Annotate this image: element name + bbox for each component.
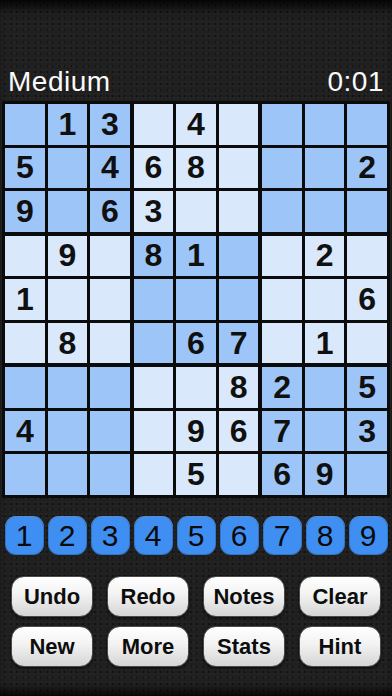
sudoku-cell-r2c4[interactable]: 6 (134, 148, 174, 189)
sudoku-cell-r6c9[interactable] (347, 323, 387, 364)
numpad-button-3[interactable]: 3 (91, 516, 130, 555)
sudoku-cell-r5c5[interactable] (176, 279, 216, 320)
sudoku-cell-r7c1[interactable] (5, 367, 45, 408)
sudoku-cell-r7c5[interactable] (176, 367, 216, 408)
sudoku-cell-r3c6[interactable] (219, 191, 259, 232)
sudoku-cell-r8c9[interactable]: 3 (347, 411, 387, 452)
sudoku-cell-r4c7[interactable] (262, 236, 302, 277)
sudoku-cell-r8c7[interactable]: 7 (262, 411, 302, 452)
sudoku-cell-r1c9[interactable] (347, 104, 387, 145)
sudoku-cell-r2c9[interactable]: 2 (347, 148, 387, 189)
sudoku-cell-r2c8[interactable] (305, 148, 345, 189)
sudoku-cell-r8c8[interactable] (305, 411, 345, 452)
sudoku-cell-r5c7[interactable] (262, 279, 302, 320)
undo-button[interactable]: Undo (11, 576, 93, 617)
sudoku-cell-r7c7[interactable]: 2 (262, 367, 302, 408)
sudoku-cell-r4c6[interactable] (219, 236, 259, 277)
sudoku-cell-r7c3[interactable] (90, 367, 130, 408)
sudoku-cell-r3c4[interactable]: 3 (134, 191, 174, 232)
difficulty-label: Medium (8, 68, 111, 96)
timer-label: 0:01 (328, 68, 385, 96)
leather-background: Medium 0:01 1354964683291881672614896525… (0, 0, 392, 696)
sudoku-cell-r2c7[interactable] (262, 148, 302, 189)
box-3-3: 257369 (262, 367, 387, 495)
sudoku-cell-r8c2[interactable] (48, 411, 88, 452)
sudoku-cell-r9c6[interactable] (219, 454, 259, 495)
sudoku-cell-r5c6[interactable] (219, 279, 259, 320)
numpad-button-6[interactable]: 6 (220, 516, 259, 555)
sudoku-cell-r3c3[interactable]: 6 (90, 191, 130, 232)
sudoku-cell-r9c1[interactable] (5, 454, 45, 495)
sudoku-cell-r7c8[interactable] (305, 367, 345, 408)
clear-button[interactable]: Clear (299, 576, 381, 617)
hint-button[interactable]: Hint (299, 626, 381, 667)
status-bar: Medium 0:01 (0, 0, 392, 101)
sudoku-cell-r5c9[interactable]: 6 (347, 279, 387, 320)
sudoku-cell-r9c2[interactable] (48, 454, 88, 495)
sudoku-cell-r4c4[interactable]: 8 (134, 236, 174, 277)
sudoku-cell-r3c8[interactable] (305, 191, 345, 232)
sudoku-cell-r4c9[interactable] (347, 236, 387, 277)
sudoku-cell-r1c5[interactable]: 4 (176, 104, 216, 145)
numpad-button-9[interactable]: 9 (349, 516, 388, 555)
control-buttons: Undo Redo Notes Clear New More Stats Hin… (11, 576, 381, 667)
sudoku-cell-r6c6[interactable]: 7 (219, 323, 259, 364)
sudoku-cell-r8c5[interactable]: 9 (176, 411, 216, 452)
sudoku-cell-r6c7[interactable] (262, 323, 302, 364)
numpad-button-4[interactable]: 4 (134, 516, 173, 555)
box-2-2: 8167 (134, 236, 259, 364)
box-3-2: 8965 (134, 367, 259, 495)
box-1-3: 2 (262, 104, 387, 232)
sudoku-board: 13549646832918816726148965257369 (2, 101, 390, 498)
sudoku-cell-r8c4[interactable] (134, 411, 174, 452)
sudoku-cell-r1c2[interactable]: 1 (48, 104, 88, 145)
sudoku-cell-r7c4[interactable] (134, 367, 174, 408)
sudoku-cell-r4c8[interactable]: 2 (305, 236, 345, 277)
sudoku-cell-r9c9[interactable] (347, 454, 387, 495)
sudoku-cell-r3c2[interactable] (48, 191, 88, 232)
sudoku-cell-r8c1[interactable]: 4 (5, 411, 45, 452)
box-1-2: 4683 (134, 104, 259, 232)
numpad-button-1[interactable]: 1 (5, 516, 44, 555)
sudoku-cell-r6c4[interactable] (134, 323, 174, 364)
stats-button[interactable]: Stats (203, 626, 285, 667)
sudoku-cell-r9c5[interactable]: 5 (176, 454, 216, 495)
sudoku-cell-r5c8[interactable] (305, 279, 345, 320)
sudoku-cell-r4c2[interactable]: 9 (48, 236, 88, 277)
sudoku-cell-r3c5[interactable] (176, 191, 216, 232)
sudoku-cell-r9c8[interactable]: 9 (305, 454, 345, 495)
sudoku-cell-r4c5[interactable]: 1 (176, 236, 216, 277)
sudoku-cell-r1c8[interactable] (305, 104, 345, 145)
sudoku-cell-r6c1[interactable] (5, 323, 45, 364)
sudoku-cell-r3c9[interactable] (347, 191, 387, 232)
number-pad: 123456789 (0, 516, 392, 555)
sudoku-cell-r4c3[interactable] (90, 236, 130, 277)
sudoku-cell-r6c5[interactable]: 6 (176, 323, 216, 364)
box-1-1: 135496 (5, 104, 130, 232)
sudoku-cell-r2c3[interactable]: 4 (90, 148, 130, 189)
sudoku-cell-r9c4[interactable] (134, 454, 174, 495)
new-button[interactable]: New (11, 626, 93, 667)
sudoku-cell-r5c4[interactable] (134, 279, 174, 320)
sudoku-cell-r7c2[interactable] (48, 367, 88, 408)
sudoku-cell-r2c2[interactable] (48, 148, 88, 189)
sudoku-cell-r2c5[interactable]: 8 (176, 148, 216, 189)
sudoku-cell-r6c2[interactable]: 8 (48, 323, 88, 364)
sudoku-cell-r8c3[interactable] (90, 411, 130, 452)
numpad-button-8[interactable]: 8 (306, 516, 345, 555)
sudoku-cell-r5c2[interactable] (48, 279, 88, 320)
sudoku-cell-r7c6[interactable]: 8 (219, 367, 259, 408)
sudoku-cell-r9c7[interactable]: 6 (262, 454, 302, 495)
more-button[interactable]: More (107, 626, 189, 667)
sudoku-cell-r4c1[interactable] (5, 236, 45, 277)
sudoku-cell-r9c3[interactable] (90, 454, 130, 495)
sudoku-cell-r1c1[interactable] (5, 104, 45, 145)
sudoku-cell-r1c7[interactable] (262, 104, 302, 145)
sudoku-cell-r1c3[interactable]: 3 (90, 104, 130, 145)
sudoku-cell-r6c8[interactable]: 1 (305, 323, 345, 364)
redo-button[interactable]: Redo (107, 576, 189, 617)
sudoku-cell-r5c3[interactable] (90, 279, 130, 320)
sudoku-cell-r5c1[interactable]: 1 (5, 279, 45, 320)
sudoku-cell-r7c9[interactable]: 5 (347, 367, 387, 408)
sudoku-cell-r2c6[interactable] (219, 148, 259, 189)
sudoku-cell-r6c3[interactable] (90, 323, 130, 364)
numpad-button-7[interactable]: 7 (263, 516, 302, 555)
box-2-3: 261 (262, 236, 387, 364)
sudoku-cell-r1c4[interactable] (134, 104, 174, 145)
sudoku-cell-r2c1[interactable]: 5 (5, 148, 45, 189)
numpad-button-2[interactable]: 2 (48, 516, 87, 555)
sudoku-cell-r8c6[interactable]: 6 (219, 411, 259, 452)
sudoku-cell-r1c6[interactable] (219, 104, 259, 145)
box-2-1: 918 (5, 236, 130, 364)
sudoku-cell-r3c1[interactable]: 9 (5, 191, 45, 232)
numpad-button-5[interactable]: 5 (177, 516, 216, 555)
notes-button[interactable]: Notes (203, 576, 285, 617)
box-3-1: 4 (5, 367, 130, 495)
sudoku-cell-r3c7[interactable] (262, 191, 302, 232)
